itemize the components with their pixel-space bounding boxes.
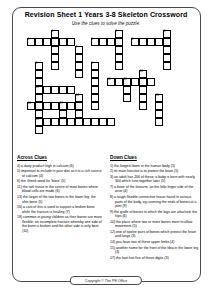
empty-space (155, 126, 163, 134)
empty-space (171, 38, 179, 46)
empty-space (59, 54, 67, 62)
empty-space (91, 126, 99, 134)
empty-space (155, 54, 163, 62)
empty-space (155, 46, 163, 54)
empty-space (51, 110, 59, 118)
grid-cell (75, 70, 83, 78)
empty-space (99, 86, 107, 94)
grid-cell (123, 86, 131, 94)
empty-space (131, 110, 139, 118)
empty-space (163, 126, 171, 134)
grid-cell (75, 110, 83, 118)
empty-space (179, 30, 187, 38)
grid-cell (155, 102, 163, 110)
empty-space (67, 126, 75, 134)
empty-space (147, 110, 155, 118)
empty-space (139, 110, 147, 118)
empty-space (27, 70, 35, 78)
empty-space (123, 62, 131, 70)
empty-space (43, 110, 51, 118)
clue-number: 3 (164, 30, 166, 33)
empty-space (99, 94, 107, 102)
empty-space (75, 30, 83, 38)
empty-space (171, 78, 179, 86)
empty-space (107, 126, 115, 134)
empty-space (131, 102, 139, 110)
empty-space (147, 54, 155, 62)
grid-cell (147, 38, 155, 46)
grid-cell: 18 (35, 118, 43, 126)
empty-space (43, 54, 51, 62)
empty-space (139, 54, 147, 62)
grid-cell (43, 38, 51, 46)
empty-space (83, 30, 91, 38)
empty-space (179, 94, 187, 102)
grid-cell (75, 54, 83, 62)
down-clues-section: Down Clues 1) the longest bone in the hu… (110, 155, 199, 261)
clue-item: 16) a cast of this is used to support a … (17, 205, 103, 214)
empty-space (75, 126, 83, 134)
empty-space (91, 46, 99, 54)
empty-space (107, 54, 115, 62)
grid-cell (51, 38, 59, 46)
grid-cell (91, 70, 99, 78)
crossword-grid: 123456789101112131415161718 (27, 30, 187, 134)
grid-cell (75, 118, 83, 126)
empty-space (67, 46, 75, 54)
grid-cell (67, 102, 75, 110)
grid-cell (163, 54, 171, 62)
grid-cell (51, 62, 59, 70)
empty-space (123, 38, 131, 46)
grid-cell (163, 62, 171, 70)
clue-number: 17 (60, 102, 63, 105)
empty-space (99, 110, 107, 118)
empty-space (99, 78, 107, 86)
empty-space (163, 94, 171, 102)
empty-space (115, 110, 123, 118)
empty-space (171, 110, 179, 118)
grid-cell (107, 118, 115, 126)
grid-cell (35, 102, 43, 110)
grid-cell (147, 78, 155, 86)
grid-cell (139, 102, 147, 110)
empty-space (107, 62, 115, 70)
empty-space (115, 86, 123, 94)
empty-space (131, 70, 139, 78)
grid-cell: 14 (75, 94, 83, 102)
empty-space (59, 30, 67, 38)
clue-item: 10) the place where two or more bones me… (110, 220, 199, 229)
empty-space (59, 78, 67, 86)
empty-space (171, 70, 179, 78)
empty-space (83, 126, 91, 134)
empty-space (99, 62, 107, 70)
empty-space (59, 62, 67, 70)
page-subtitle: Use the clues to solve the puzzle. (0, 21, 212, 26)
empty-space (59, 46, 67, 54)
grid-cell (75, 102, 83, 110)
empty-space (179, 102, 187, 110)
grid-cell (67, 38, 75, 46)
empty-space (83, 46, 91, 54)
clue-number: 16 (28, 102, 31, 105)
grid-cell (51, 54, 59, 62)
empty-space (27, 54, 35, 62)
grid-cell (43, 86, 51, 94)
clue-item: 12) one of twelve pairs of bones which p… (110, 230, 199, 239)
empty-space (67, 78, 75, 86)
empty-space (131, 62, 139, 70)
empty-space (43, 62, 51, 70)
page-title: Revision Sheet 1 Years 3-8 Skeleton Cros… (0, 11, 212, 18)
empty-space (107, 94, 115, 102)
grid-cell: 11 (107, 78, 115, 86)
down-clues-header: Down Clues (110, 155, 199, 161)
empty-space (115, 70, 123, 78)
across-clues-list: 4) a dairy product high in calcium (6)5)… (17, 164, 103, 234)
grid-cell (115, 62, 123, 70)
empty-space (171, 94, 179, 102)
empty-space (123, 126, 131, 134)
empty-space (59, 70, 67, 78)
empty-space (27, 62, 35, 70)
grid-cell (43, 102, 51, 110)
clue-number: 14 (76, 94, 79, 97)
grid-cell (139, 38, 147, 46)
empty-space (51, 70, 59, 78)
down-clues-list: 1) the longest bone in the human body (5… (110, 164, 199, 261)
grid-cell: 9 (91, 62, 99, 70)
empty-space (139, 46, 147, 54)
empty-space (179, 86, 187, 94)
grid-cell (67, 118, 75, 126)
empty-space (27, 126, 35, 134)
clue-item: 13) the larger of the two bones in the l… (17, 195, 103, 204)
empty-space (27, 86, 35, 94)
empty-space (163, 86, 171, 94)
empty-space (179, 46, 187, 54)
empty-space (171, 46, 179, 54)
grid-cell: 6 (131, 38, 139, 46)
empty-space (75, 78, 83, 86)
grid-cell: 5 (91, 38, 99, 46)
grid-cell: 16 (27, 102, 35, 110)
grid-cell (59, 86, 67, 94)
empty-space (115, 118, 123, 126)
footer-badge: Copyright © The PE Office (70, 276, 142, 285)
empty-space (163, 118, 171, 126)
empty-space (67, 30, 75, 38)
grid-cell (51, 118, 59, 126)
clue-item: 2) its main function is to protect the b… (110, 169, 199, 173)
empty-space (59, 126, 67, 134)
grid-cell (139, 94, 147, 102)
across-clues-header: Across Clues (17, 155, 103, 161)
grid-cell (155, 38, 163, 46)
empty-space (107, 86, 115, 94)
empty-space (83, 86, 91, 94)
grid-cell (115, 54, 123, 62)
grid-cell (139, 86, 147, 94)
grid-cell (59, 118, 67, 126)
empty-space (43, 94, 51, 102)
empty-space (179, 118, 187, 126)
empty-space (99, 102, 107, 110)
empty-space (139, 126, 147, 134)
empty-space (123, 102, 131, 110)
empty-space (131, 94, 139, 102)
empty-space (123, 110, 131, 118)
grid-cell (51, 46, 59, 54)
grid-cell: 2 (115, 30, 123, 38)
grid-cell: 4 (27, 38, 35, 46)
empty-space (67, 54, 75, 62)
grid-cell (43, 118, 51, 126)
empty-space (179, 38, 187, 46)
empty-space (83, 54, 91, 62)
empty-space (43, 70, 51, 78)
empty-space (43, 126, 51, 134)
empty-space (171, 118, 179, 126)
empty-space (179, 110, 187, 118)
across-clues-section: Across Clues 4) a dairy product high in … (17, 155, 103, 234)
empty-space (115, 94, 123, 102)
empty-space (131, 86, 139, 94)
empty-space (107, 102, 115, 110)
empty-space (83, 62, 91, 70)
grid-cell (67, 86, 75, 94)
empty-space (107, 46, 115, 54)
grid-cell (51, 86, 59, 94)
grid-cell: 17 (59, 102, 67, 110)
empty-space (179, 78, 187, 86)
empty-space (107, 30, 115, 38)
empty-space (27, 118, 35, 126)
grid-cell (115, 38, 123, 46)
empty-space (83, 110, 91, 118)
empty-space (83, 70, 91, 78)
grid-cell (83, 118, 91, 126)
empty-space (83, 78, 91, 86)
clue-number: 6 (132, 38, 134, 41)
grid-cell: 3 (163, 30, 171, 38)
empty-space (147, 46, 155, 54)
empty-space (147, 118, 155, 126)
empty-space (123, 30, 131, 38)
empty-space (131, 54, 139, 62)
grid-cell: 7 (75, 46, 83, 54)
clue-item: 4) a dairy product high in calcium (6) (17, 164, 103, 168)
empty-space (171, 126, 179, 134)
grid-cell (51, 102, 59, 110)
grid-cell: 1 (51, 30, 59, 38)
empty-space (123, 46, 131, 54)
empty-space (171, 86, 179, 94)
empty-space (67, 94, 75, 102)
empty-space (27, 110, 35, 118)
grid-cell (35, 94, 43, 102)
empty-space (171, 30, 179, 38)
clue-number: 7 (76, 46, 78, 49)
empty-space (43, 78, 51, 86)
clue-number: 4 (28, 38, 30, 41)
empty-space (163, 110, 171, 118)
grid-cell (59, 38, 67, 46)
grid-cell (91, 94, 99, 102)
grid-cell (155, 110, 163, 118)
empty-space (123, 118, 131, 126)
grid-cell: 15 (155, 94, 163, 102)
empty-space (147, 86, 155, 94)
grid-cell (123, 94, 131, 102)
empty-space (163, 78, 171, 86)
empty-space (139, 30, 147, 38)
empty-space (35, 46, 43, 54)
grid-cell (91, 86, 99, 94)
empty-space (99, 126, 107, 134)
grid-cell (131, 78, 139, 86)
grid-cell (91, 102, 99, 110)
grid-cell (75, 62, 83, 70)
empty-space (147, 62, 155, 70)
empty-space (27, 46, 35, 54)
empty-space (67, 110, 75, 118)
grid-cell: 10 (139, 70, 147, 78)
empty-space (139, 118, 147, 126)
empty-space (67, 62, 75, 70)
clue-item: 11) the soft tissue in the centre of mos… (17, 185, 103, 194)
empty-space (155, 78, 163, 86)
grid-cell (107, 38, 115, 46)
empty-space (147, 70, 155, 78)
empty-space (155, 62, 163, 70)
empty-space (99, 70, 107, 78)
grid-cell (115, 78, 123, 86)
empty-space (51, 94, 59, 102)
empty-space (51, 126, 59, 134)
empty-space (147, 102, 155, 110)
grid-cell (91, 118, 99, 126)
clue-item: 15) another name for the front of the ti… (110, 246, 199, 255)
grid-cell: 8 (35, 62, 43, 70)
clue-number: 2 (116, 30, 118, 33)
empty-space (155, 30, 163, 38)
grid-cell (91, 78, 99, 86)
empty-space (83, 94, 91, 102)
grid-cell (155, 118, 163, 126)
clue-number: 15 (156, 94, 159, 97)
empty-space (131, 126, 139, 134)
clue-item: 6) the Greek word for 'bone' (5) (17, 179, 103, 183)
empty-space (163, 70, 171, 78)
grid-cell (163, 38, 171, 46)
empty-space (171, 102, 179, 110)
empty-space (171, 62, 179, 70)
grid-cell (35, 38, 43, 46)
empty-space (147, 126, 155, 134)
empty-space (43, 46, 51, 54)
empty-space (107, 110, 115, 118)
clue-item: 9) the girdle of bones to which the legs… (110, 210, 199, 219)
clue-number: 8 (36, 62, 38, 65)
empty-space (147, 94, 155, 102)
clue-number: 13 (36, 86, 39, 89)
grid-cell (99, 118, 107, 126)
clue-item: 1) the longest bone in the human body (5… (110, 164, 199, 168)
empty-space (35, 30, 43, 38)
empty-space (131, 118, 139, 126)
clue-item: 18) common in young children as their bo… (17, 215, 103, 233)
clue-number: 12 (124, 78, 127, 81)
empty-space (91, 110, 99, 118)
clue-item: 14) you have two of these upper limbs (4… (110, 240, 199, 244)
clue-number: 1 (52, 30, 54, 33)
empty-space (83, 102, 91, 110)
empty-space (179, 126, 187, 134)
empty-space (179, 62, 187, 70)
clue-item: 17) the foot has five of these digits (3… (110, 256, 199, 260)
empty-space (43, 30, 51, 38)
empty-space (179, 54, 187, 62)
clue-number: 11 (108, 78, 111, 81)
empty-space (179, 70, 187, 78)
clue-item: 3) an adult has 206 of these; a baby is … (110, 175, 199, 184)
empty-space (27, 78, 35, 86)
empty-space (155, 70, 163, 78)
empty-space (115, 126, 123, 134)
clue-number: 18 (36, 118, 39, 121)
clue-number: 10 (140, 70, 143, 73)
grid-cell: 12 (123, 78, 131, 86)
grid-cell (115, 46, 123, 54)
empty-space (115, 102, 123, 110)
clue-item: 5) important to include in your diet as … (17, 169, 103, 178)
grid-cell (35, 126, 43, 134)
grid-cell (35, 70, 43, 78)
clue-item: 8) a tough flexible connective tissue fo… (110, 195, 199, 208)
empty-space (131, 46, 139, 54)
grid-cell: 13 (35, 86, 43, 94)
empty-space (67, 70, 75, 78)
empty-space (171, 54, 179, 62)
clue-number: 5 (92, 38, 94, 41)
empty-space (99, 30, 107, 38)
empty-space (99, 46, 107, 54)
empty-space (83, 38, 91, 46)
grid-cell (139, 78, 147, 86)
empty-space (51, 78, 59, 86)
empty-space (123, 54, 131, 62)
grid-cell (99, 38, 107, 46)
clue-item: 7) a bone of the forearm, on the little … (110, 185, 199, 194)
empty-space (163, 102, 171, 110)
empty-space (147, 30, 155, 38)
grid-cell (163, 46, 171, 54)
clue-number: 9 (92, 62, 94, 65)
empty-space (99, 54, 107, 62)
grid-cell (59, 110, 67, 118)
